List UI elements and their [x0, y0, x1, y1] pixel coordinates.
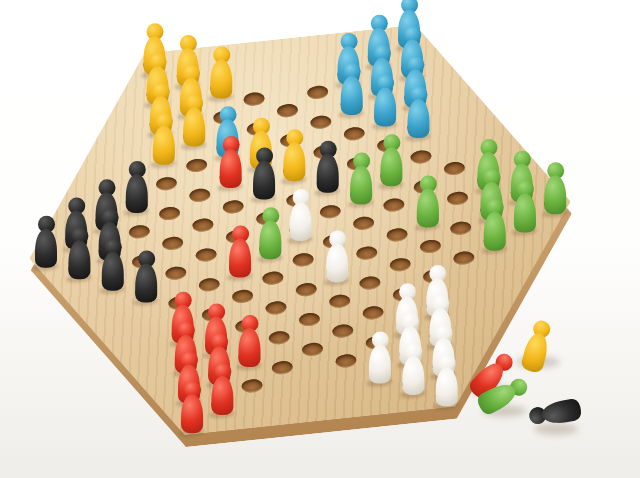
photo-scene [0, 0, 640, 478]
peg-body [540, 398, 582, 426]
loose-peg-black[interactable] [527, 398, 582, 429]
loose-pegs-area [0, 0, 640, 478]
